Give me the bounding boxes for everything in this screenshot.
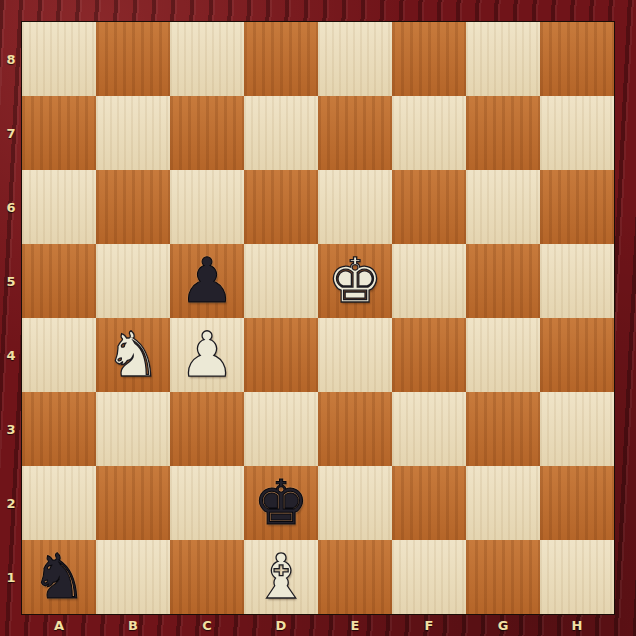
square-h4[interactable] — [540, 318, 614, 392]
square-b2[interactable] — [96, 466, 170, 540]
square-c1[interactable] — [170, 540, 244, 614]
square-a5[interactable] — [22, 244, 96, 318]
file-label-f: F — [392, 614, 466, 636]
file-label-c: C — [170, 614, 244, 636]
square-g1[interactable] — [466, 540, 540, 614]
square-g7[interactable] — [466, 96, 540, 170]
white-pawn[interactable]: ♟ — [179, 318, 235, 392]
square-d5[interactable] — [244, 244, 318, 318]
square-d6[interactable] — [244, 170, 318, 244]
square-a6[interactable] — [22, 170, 96, 244]
square-b8[interactable] — [96, 22, 170, 96]
square-c8[interactable] — [170, 22, 244, 96]
square-f2[interactable] — [392, 466, 466, 540]
square-c5[interactable]: ♟ — [170, 244, 244, 318]
square-h8[interactable] — [540, 22, 614, 96]
square-f7[interactable] — [392, 96, 466, 170]
square-e5[interactable]: ♚ — [318, 244, 392, 318]
square-g2[interactable] — [466, 466, 540, 540]
square-g8[interactable] — [466, 22, 540, 96]
square-a2[interactable] — [22, 466, 96, 540]
square-b5[interactable] — [96, 244, 170, 318]
square-b7[interactable] — [96, 96, 170, 170]
square-f6[interactable] — [392, 170, 466, 244]
square-h3[interactable] — [540, 392, 614, 466]
square-e2[interactable] — [318, 466, 392, 540]
black-pawn[interactable]: ♟ — [179, 244, 235, 318]
file-label-h: H — [540, 614, 614, 636]
square-g3[interactable] — [466, 392, 540, 466]
square-d1[interactable]: ♝ — [244, 540, 318, 614]
white-bishop[interactable]: ♝ — [253, 540, 309, 614]
rank-label-4: 4 — [0, 318, 22, 392]
square-d4[interactable] — [244, 318, 318, 392]
square-b3[interactable] — [96, 392, 170, 466]
square-g4[interactable] — [466, 318, 540, 392]
file-label-b: B — [96, 614, 170, 636]
square-d8[interactable] — [244, 22, 318, 96]
square-a8[interactable] — [22, 22, 96, 96]
rank-label-1: 1 — [0, 540, 22, 614]
square-a4[interactable] — [22, 318, 96, 392]
square-e4[interactable] — [318, 318, 392, 392]
square-d7[interactable] — [244, 96, 318, 170]
square-e8[interactable] — [318, 22, 392, 96]
square-f3[interactable] — [392, 392, 466, 466]
black-knight[interactable]: ♞ — [31, 540, 87, 614]
rank-label-5: 5 — [0, 244, 22, 318]
square-h7[interactable] — [540, 96, 614, 170]
square-a7[interactable] — [22, 96, 96, 170]
square-c3[interactable] — [170, 392, 244, 466]
square-c4[interactable]: ♟ — [170, 318, 244, 392]
board-frame: ♟♚♞♟♚♞♝ 87654321ABCDEFGH — [0, 0, 636, 636]
square-h1[interactable] — [540, 540, 614, 614]
square-f4[interactable] — [392, 318, 466, 392]
white-king[interactable]: ♚ — [327, 244, 383, 318]
square-e6[interactable] — [318, 170, 392, 244]
white-knight[interactable]: ♞ — [105, 318, 161, 392]
square-g6[interactable] — [466, 170, 540, 244]
square-e7[interactable] — [318, 96, 392, 170]
square-f5[interactable] — [392, 244, 466, 318]
file-label-g: G — [466, 614, 540, 636]
square-h5[interactable] — [540, 244, 614, 318]
square-a3[interactable] — [22, 392, 96, 466]
square-b1[interactable] — [96, 540, 170, 614]
square-b4[interactable]: ♞ — [96, 318, 170, 392]
black-king[interactable]: ♚ — [253, 466, 309, 540]
file-label-e: E — [318, 614, 392, 636]
square-c2[interactable] — [170, 466, 244, 540]
file-label-a: A — [22, 614, 96, 636]
square-h6[interactable] — [540, 170, 614, 244]
square-e3[interactable] — [318, 392, 392, 466]
square-b6[interactable] — [96, 170, 170, 244]
square-c6[interactable] — [170, 170, 244, 244]
square-d3[interactable] — [244, 392, 318, 466]
file-label-d: D — [244, 614, 318, 636]
square-c7[interactable] — [170, 96, 244, 170]
rank-label-7: 7 — [0, 96, 22, 170]
square-g5[interactable] — [466, 244, 540, 318]
rank-label-3: 3 — [0, 392, 22, 466]
square-f1[interactable] — [392, 540, 466, 614]
square-d2[interactable]: ♚ — [244, 466, 318, 540]
rank-label-2: 2 — [0, 466, 22, 540]
square-f8[interactable] — [392, 22, 466, 96]
square-a1[interactable]: ♞ — [22, 540, 96, 614]
square-e1[interactable] — [318, 540, 392, 614]
rank-label-6: 6 — [0, 170, 22, 244]
rank-label-8: 8 — [0, 22, 22, 96]
chess-board: ♟♚♞♟♚♞♝ — [22, 22, 614, 614]
square-h2[interactable] — [540, 466, 614, 540]
